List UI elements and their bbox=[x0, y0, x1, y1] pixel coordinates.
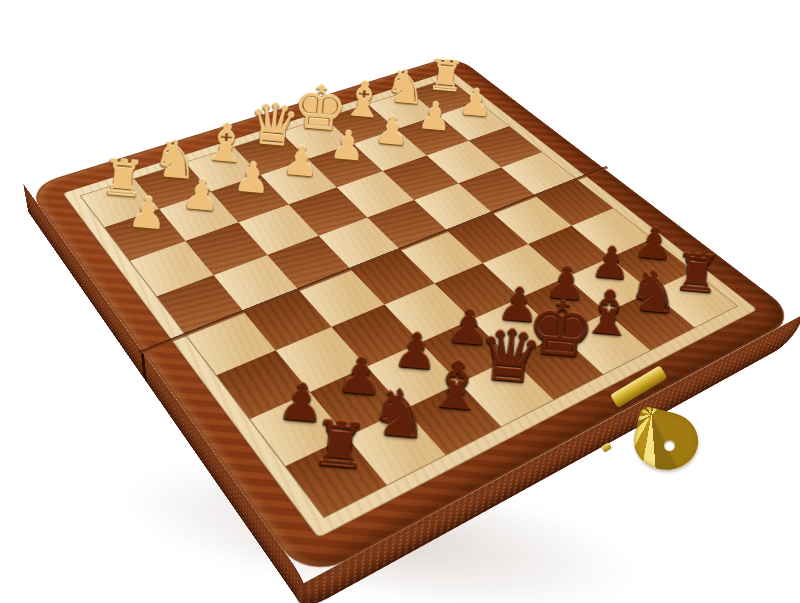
latch-pin bbox=[601, 442, 612, 453]
latch-hole bbox=[664, 440, 675, 451]
brass-latch bbox=[600, 382, 724, 488]
black-rook-icon: ♜ bbox=[280, 410, 397, 481]
chess-set-photo: ♜♞♝♚♛♝♞♜♟♟♟♟♟♟♟♟♟♟♟♟♟♟♟♟♜♞♝♚♛♝♞♜ bbox=[0, 0, 800, 603]
